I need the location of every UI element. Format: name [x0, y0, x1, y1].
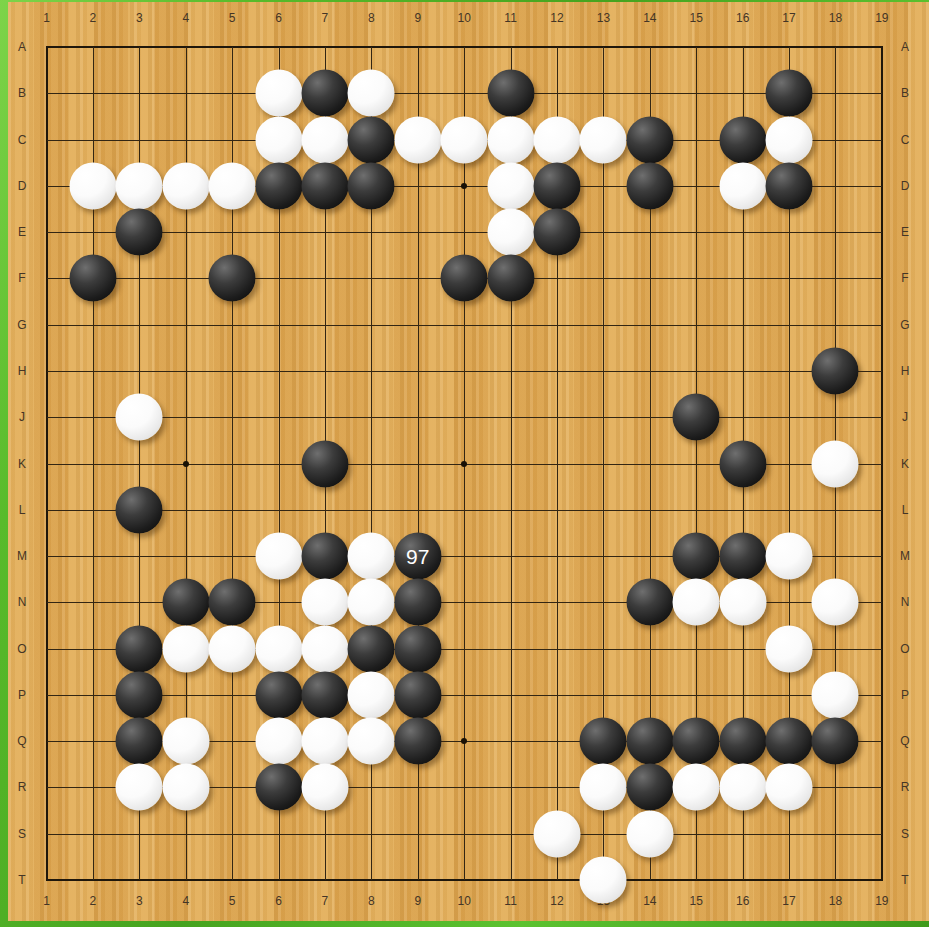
- white-stone-8B[interactable]: [348, 70, 395, 117]
- white-stone-16D[interactable]: [719, 162, 766, 209]
- black-stone-16M[interactable]: [719, 533, 766, 580]
- column-label-bottom: 16: [736, 895, 749, 907]
- row-label-right: J: [902, 411, 908, 423]
- black-stone-6D[interactable]: [255, 162, 302, 209]
- black-stone-8D[interactable]: [348, 162, 395, 209]
- grid-line-horizontal: [47, 371, 882, 372]
- row-label-left: L: [19, 504, 26, 516]
- black-stone-12D[interactable]: [534, 162, 581, 209]
- black-stone-11F[interactable]: [487, 255, 534, 302]
- column-label-top: 9: [414, 12, 421, 24]
- row-label-right: S: [901, 828, 909, 840]
- white-stone-9C[interactable]: [394, 116, 441, 163]
- white-stone-8Q[interactable]: [348, 718, 395, 765]
- row-label-right: Q: [900, 735, 909, 747]
- black-stone-3O[interactable]: [116, 625, 163, 672]
- column-label-bottom: 2: [90, 895, 97, 907]
- black-stone-14N[interactable]: [626, 579, 673, 626]
- black-stone-9N[interactable]: [394, 579, 441, 626]
- row-label-left: F: [18, 272, 25, 284]
- star-point: [461, 183, 467, 189]
- white-stone-13R[interactable]: [580, 764, 627, 811]
- black-stone-8C[interactable]: [348, 116, 395, 163]
- column-label-bottom: 19: [875, 895, 888, 907]
- row-label-right: K: [901, 458, 909, 470]
- row-label-right: E: [901, 226, 909, 238]
- white-stone-3R[interactable]: [116, 764, 163, 811]
- white-stone-5D[interactable]: [209, 162, 256, 209]
- white-stone-18P[interactable]: [812, 671, 859, 718]
- column-label-bottom: 18: [829, 895, 842, 907]
- row-label-right: N: [901, 596, 910, 608]
- white-stone-4R[interactable]: [162, 764, 209, 811]
- grid-line-horizontal: [47, 695, 882, 696]
- white-stone-11C[interactable]: [487, 116, 534, 163]
- column-label-top: 15: [690, 12, 703, 24]
- column-label-top: 14: [643, 12, 656, 24]
- black-stone-2F[interactable]: [69, 255, 116, 302]
- row-label-right: B: [901, 87, 909, 99]
- white-stone-10C[interactable]: [441, 116, 488, 163]
- go-board[interactable]: 12345678910111213141516171819 1234567891…: [8, 2, 929, 921]
- column-label-top: 17: [782, 12, 795, 24]
- white-stone-3J[interactable]: [116, 394, 163, 441]
- white-stone-6M[interactable]: [255, 533, 302, 580]
- column-label-bottom: 4: [182, 895, 189, 907]
- white-stone-17M[interactable]: [766, 533, 813, 580]
- white-stone-16N[interactable]: [719, 579, 766, 626]
- white-stone-6O[interactable]: [255, 625, 302, 672]
- column-label-bottom: 11: [504, 895, 516, 907]
- white-stone-6C[interactable]: [255, 116, 302, 163]
- column-label-top: 8: [368, 12, 375, 24]
- white-stone-8N[interactable]: [348, 579, 395, 626]
- white-stone-8P[interactable]: [348, 671, 395, 718]
- white-stone-6Q[interactable]: [255, 718, 302, 765]
- column-label-bottom: 10: [458, 895, 471, 907]
- row-label-right: A: [901, 41, 909, 53]
- black-stone-3Q[interactable]: [116, 718, 163, 765]
- black-stone-6P[interactable]: [255, 671, 302, 718]
- row-label-left: N: [18, 596, 27, 608]
- column-label-top: 18: [829, 12, 842, 24]
- black-stone-11B[interactable]: [487, 70, 534, 117]
- column-label-top: 1: [43, 12, 50, 24]
- row-label-left: G: [17, 319, 26, 331]
- row-label-left: E: [18, 226, 26, 238]
- star-point: [461, 461, 467, 467]
- black-stone-14D[interactable]: [626, 162, 673, 209]
- white-stone-8M[interactable]: [348, 533, 395, 580]
- grid-line-horizontal: [47, 510, 882, 511]
- black-stone-16Q[interactable]: [719, 718, 766, 765]
- row-label-right: F: [901, 272, 908, 284]
- column-label-top: 3: [136, 12, 143, 24]
- column-label-bottom: 6: [275, 895, 282, 907]
- black-stone-7P[interactable]: [301, 671, 348, 718]
- white-stone-16R[interactable]: [719, 764, 766, 811]
- black-stone-9M[interactable]: 97: [394, 533, 441, 580]
- column-label-bottom: 15: [690, 895, 703, 907]
- black-stone-14C[interactable]: [626, 116, 673, 163]
- black-stone-18H[interactable]: [812, 347, 859, 394]
- row-label-left: H: [18, 365, 27, 377]
- white-stone-17C[interactable]: [766, 116, 813, 163]
- row-label-left: C: [18, 134, 27, 146]
- grid-line-horizontal: [47, 325, 882, 326]
- white-stone-13C[interactable]: [580, 116, 627, 163]
- column-label-bottom: 1: [43, 895, 50, 907]
- row-label-right: R: [901, 781, 910, 793]
- white-stone-12S[interactable]: [534, 810, 581, 857]
- white-stone-12C[interactable]: [534, 116, 581, 163]
- row-label-right: M: [900, 550, 910, 562]
- black-stone-13Q[interactable]: [580, 718, 627, 765]
- white-stone-11D[interactable]: [487, 162, 534, 209]
- row-label-left: J: [19, 411, 25, 423]
- black-stone-17B[interactable]: [766, 70, 813, 117]
- row-label-right: H: [901, 365, 910, 377]
- white-stone-4O[interactable]: [162, 625, 209, 672]
- column-label-bottom: 7: [322, 895, 329, 907]
- black-stone-5F[interactable]: [209, 255, 256, 302]
- column-label-top: 5: [229, 12, 236, 24]
- column-label-top: 11: [504, 12, 516, 24]
- grid-line-horizontal: [47, 232, 882, 233]
- black-stone-10F[interactable]: [441, 255, 488, 302]
- black-stone-9P[interactable]: [394, 671, 441, 718]
- black-stone-9O[interactable]: [394, 625, 441, 672]
- black-stone-12E[interactable]: [534, 209, 581, 256]
- star-point: [461, 738, 467, 744]
- white-stone-3D[interactable]: [116, 162, 163, 209]
- white-stone-15N[interactable]: [673, 579, 720, 626]
- column-label-bottom: 12: [550, 895, 563, 907]
- row-label-left: M: [17, 550, 27, 562]
- column-label-bottom: 8: [368, 895, 375, 907]
- black-stone-16C[interactable]: [719, 116, 766, 163]
- black-stone-8O[interactable]: [348, 625, 395, 672]
- row-label-left: R: [18, 781, 27, 793]
- black-stone-7K[interactable]: [301, 440, 348, 487]
- row-label-left: A: [18, 41, 26, 53]
- row-label-left: S: [18, 828, 26, 840]
- black-stone-16K[interactable]: [719, 440, 766, 487]
- white-stone-7R[interactable]: [301, 764, 348, 811]
- row-label-left: B: [18, 87, 26, 99]
- star-point: [183, 461, 189, 467]
- black-stone-17Q[interactable]: [766, 718, 813, 765]
- go-app-window: { "game": "go", "board": { "size": 19, "…: [0, 0, 929, 927]
- black-stone-6R[interactable]: [255, 764, 302, 811]
- white-stone-13T[interactable]: [580, 857, 627, 904]
- white-stone-7Q[interactable]: [301, 718, 348, 765]
- column-label-top: 4: [182, 12, 189, 24]
- black-stone-18Q[interactable]: [812, 718, 859, 765]
- grid-line-horizontal: [47, 417, 882, 418]
- row-label-left: Q: [17, 735, 26, 747]
- row-label-left: P: [18, 689, 26, 701]
- black-stone-14R[interactable]: [626, 764, 673, 811]
- column-label-top: 16: [736, 12, 749, 24]
- row-label-right: T: [901, 874, 908, 886]
- black-stone-5N[interactable]: [209, 579, 256, 626]
- white-stone-2D[interactable]: [69, 162, 116, 209]
- black-stone-15Q[interactable]: [673, 718, 720, 765]
- black-stone-17D[interactable]: [766, 162, 813, 209]
- white-stone-4Q[interactable]: [162, 718, 209, 765]
- black-stone-3L[interactable]: [116, 486, 163, 533]
- column-label-top: 13: [597, 12, 610, 24]
- black-stone-15M[interactable]: [673, 533, 720, 580]
- column-label-bottom: 17: [782, 895, 795, 907]
- column-label-bottom: 14: [643, 895, 656, 907]
- column-label-bottom: 9: [414, 895, 421, 907]
- white-stone-18K[interactable]: [812, 440, 859, 487]
- white-stone-17R[interactable]: [766, 764, 813, 811]
- black-stone-7B[interactable]: [301, 70, 348, 117]
- row-label-left: T: [18, 874, 25, 886]
- column-label-top: 2: [90, 12, 97, 24]
- white-stone-14S[interactable]: [626, 810, 673, 857]
- white-stone-7C[interactable]: [301, 116, 348, 163]
- row-label-left: K: [18, 458, 26, 470]
- row-label-right: D: [901, 180, 910, 192]
- white-stone-15R[interactable]: [673, 764, 720, 811]
- column-label-top: 10: [458, 12, 471, 24]
- white-stone-11E[interactable]: [487, 209, 534, 256]
- row-label-right: O: [900, 643, 909, 655]
- black-stone-4N[interactable]: [162, 579, 209, 626]
- black-stone-7D[interactable]: [301, 162, 348, 209]
- column-label-top: 19: [875, 12, 888, 24]
- black-stone-3E[interactable]: [116, 209, 163, 256]
- black-stone-14Q[interactable]: [626, 718, 673, 765]
- white-stone-17O[interactable]: [766, 625, 813, 672]
- column-label-top: 7: [322, 12, 329, 24]
- black-stone-9Q[interactable]: [394, 718, 441, 765]
- black-stone-3P[interactable]: [116, 671, 163, 718]
- last-move-number-label: 97: [406, 546, 429, 567]
- black-stone-15J[interactable]: [673, 394, 720, 441]
- column-label-top: 12: [550, 12, 563, 24]
- white-stone-18N[interactable]: [812, 579, 859, 626]
- white-stone-7N[interactable]: [301, 579, 348, 626]
- column-label-bottom: 5: [229, 895, 236, 907]
- grid-line-horizontal: [47, 834, 882, 835]
- white-stone-7O[interactable]: [301, 625, 348, 672]
- white-stone-6B[interactable]: [255, 70, 302, 117]
- black-stone-7M[interactable]: [301, 533, 348, 580]
- row-label-left: O: [17, 643, 26, 655]
- column-label-top: 6: [275, 12, 282, 24]
- row-label-right: L: [902, 504, 909, 516]
- column-label-bottom: 3: [136, 895, 143, 907]
- row-label-right: G: [900, 319, 909, 331]
- white-stone-4D[interactable]: [162, 162, 209, 209]
- white-stone-5O[interactable]: [209, 625, 256, 672]
- row-label-right: P: [901, 689, 909, 701]
- row-label-left: D: [18, 180, 27, 192]
- grid-line-horizontal: [47, 93, 882, 94]
- row-label-right: C: [901, 134, 910, 146]
